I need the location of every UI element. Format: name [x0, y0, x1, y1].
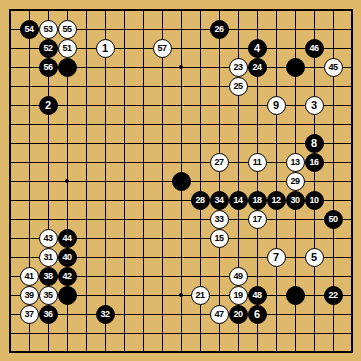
move-number-label: 34: [214, 195, 223, 204]
move-number-label: 25: [233, 81, 242, 90]
go-stone-white-13: 13: [286, 153, 305, 172]
move-number-label: 6: [254, 308, 260, 319]
go-stone-black-40: 40: [58, 248, 77, 267]
go-stone-white-57: 57: [153, 39, 172, 58]
go-stone-white-27: 27: [210, 153, 229, 172]
go-stone-black-handicap: [58, 286, 77, 305]
move-number-label: 55: [62, 24, 71, 33]
go-stone-black-42: 42: [58, 267, 77, 286]
move-number-label: 7: [273, 251, 279, 262]
go-stone-black-20: 20: [229, 305, 248, 324]
move-number-label: 3: [311, 99, 317, 110]
move-number-label: 28: [195, 195, 204, 204]
go-stone-white-29: 29: [286, 172, 305, 191]
go-stone-white-53: 53: [39, 20, 58, 39]
move-number-label: 11: [253, 157, 262, 166]
go-stone-black-38: 38: [39, 267, 58, 286]
go-stone-white-49: 49: [229, 267, 248, 286]
move-number-label: 4: [254, 42, 260, 53]
go-stone-white-37: 37: [20, 305, 39, 324]
move-number-label: 46: [309, 43, 318, 52]
move-number-label: 30: [290, 195, 299, 204]
go-stone-black-14: 14: [229, 191, 248, 210]
go-stone-black-56: 56: [39, 58, 58, 77]
go-stone-black-52: 52: [39, 39, 58, 58]
go-stone-black-36: 36: [39, 305, 58, 324]
go-stone-white-5: 5: [305, 248, 324, 267]
go-stone-black-30: 30: [286, 191, 305, 210]
go-stone-white-43: 43: [39, 229, 58, 248]
go-stone-white-21: 21: [191, 286, 210, 305]
move-number-label: 2: [45, 99, 51, 110]
go-stone-black-44: 44: [58, 229, 77, 248]
go-stone-black-10: 10: [305, 191, 324, 210]
go-stone-black-handicap: [286, 286, 305, 305]
go-stone-black-6: 6: [248, 305, 267, 324]
move-number-label: 18: [252, 195, 261, 204]
move-number-label: 49: [233, 271, 242, 280]
move-number-label: 26: [214, 24, 223, 33]
go-stone-white-15: 15: [210, 229, 229, 248]
move-number-label: 36: [43, 309, 52, 318]
go-stone-black-2: 2: [39, 96, 58, 115]
move-number-label: 44: [62, 233, 71, 242]
move-number-label: 9: [273, 99, 279, 110]
go-stone-white-19: 19: [229, 286, 248, 305]
go-stone-white-51: 51: [58, 39, 77, 58]
go-stone-black-46: 46: [305, 39, 324, 58]
go-stone-black-handicap: [58, 58, 77, 77]
move-number-label: 48: [252, 290, 261, 299]
go-stone-black-18: 18: [248, 191, 267, 210]
move-number-label: 12: [271, 195, 280, 204]
go-stone-black-handicap: [286, 58, 305, 77]
go-board: 1234567891011121314151617181920212223242…: [0, 0, 361, 361]
go-stone-white-55: 55: [58, 20, 77, 39]
move-number-label: 24: [252, 62, 261, 71]
move-number-label: 31: [43, 252, 52, 261]
move-number-label: 22: [328, 290, 337, 299]
move-number-label: 57: [157, 43, 166, 52]
move-number-label: 29: [290, 176, 299, 185]
go-stone-black-24: 24: [248, 58, 267, 77]
move-number-label: 53: [43, 24, 52, 33]
go-stone-white-23: 23: [229, 58, 248, 77]
move-number-label: 35: [43, 290, 52, 299]
move-number-label: 47: [214, 309, 223, 318]
move-number-label: 56: [43, 62, 52, 71]
stone-grid: 1234567891011121314151617181920212223242…: [1, 1, 361, 361]
move-number-label: 27: [214, 157, 223, 166]
go-stone-black-54: 54: [20, 20, 39, 39]
go-stone-black-48: 48: [248, 286, 267, 305]
move-number-label: 32: [100, 309, 109, 318]
go-stone-white-7: 7: [267, 248, 286, 267]
move-number-label: 13: [290, 157, 299, 166]
move-number-label: 21: [195, 290, 204, 299]
go-stone-white-1: 1: [96, 39, 115, 58]
move-number-label: 19: [233, 290, 242, 299]
go-stone-black-28: 28: [191, 191, 210, 210]
move-number-label: 1: [102, 42, 108, 53]
move-number-label: 54: [24, 24, 33, 33]
go-stone-white-11: 11: [248, 153, 267, 172]
move-number-label: 23: [233, 62, 242, 71]
move-number-label: 40: [62, 252, 71, 261]
move-number-label: 52: [43, 43, 52, 52]
move-number-label: 41: [24, 271, 33, 280]
go-stone-black-22: 22: [324, 286, 343, 305]
go-stone-black-16: 16: [305, 153, 324, 172]
move-number-label: 16: [309, 157, 318, 166]
move-number-label: 50: [328, 214, 337, 223]
go-stone-black-34: 34: [210, 191, 229, 210]
move-number-label: 51: [62, 43, 71, 52]
move-number-label: 17: [252, 214, 261, 223]
go-stone-white-9: 9: [267, 96, 286, 115]
move-number-label: 37: [24, 309, 33, 318]
go-stone-black-26: 26: [210, 20, 229, 39]
go-stone-white-47: 47: [210, 305, 229, 324]
move-number-label: 38: [43, 271, 52, 280]
go-stone-black-50: 50: [324, 210, 343, 229]
move-number-label: 8: [311, 137, 317, 148]
move-number-label: 15: [214, 233, 223, 242]
go-stone-white-3: 3: [305, 96, 324, 115]
move-number-label: 39: [24, 290, 33, 299]
go-stone-white-35: 35: [39, 286, 58, 305]
go-stone-white-41: 41: [20, 267, 39, 286]
move-number-label: 33: [214, 214, 223, 223]
move-number-label: 43: [43, 233, 52, 242]
go-stone-white-33: 33: [210, 210, 229, 229]
go-stone-white-39: 39: [20, 286, 39, 305]
go-stone-black-4: 4: [248, 39, 267, 58]
go-stone-black-12: 12: [267, 191, 286, 210]
move-number-label: 20: [233, 309, 242, 318]
go-stone-white-45: 45: [324, 58, 343, 77]
move-number-label: 14: [233, 195, 242, 204]
go-stone-white-25: 25: [229, 77, 248, 96]
move-number-label: 42: [62, 271, 71, 280]
go-stone-black-32: 32: [96, 305, 115, 324]
go-stone-white-17: 17: [248, 210, 267, 229]
go-stone-black-handicap: [172, 172, 191, 191]
go-stone-white-31: 31: [39, 248, 58, 267]
move-number-label: 10: [309, 195, 318, 204]
move-number-label: 45: [328, 62, 337, 71]
move-number-label: 5: [311, 251, 317, 262]
go-stone-black-8: 8: [305, 134, 324, 153]
